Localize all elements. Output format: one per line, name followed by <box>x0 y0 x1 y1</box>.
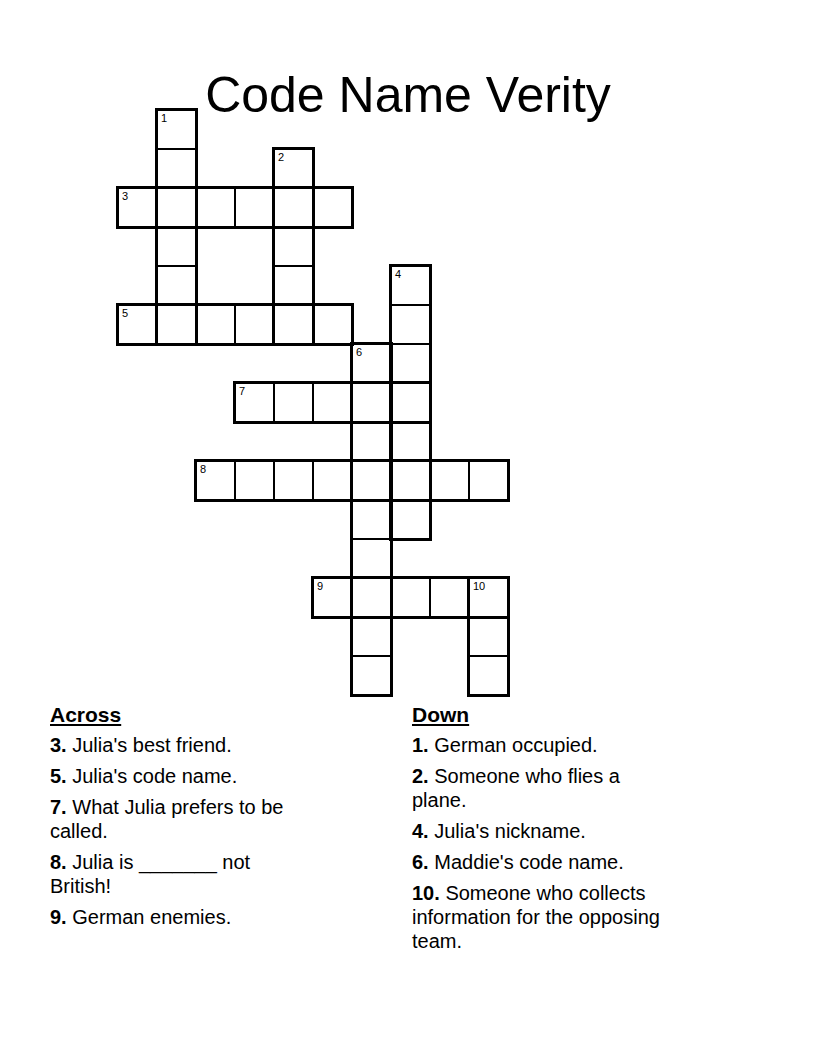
crossword-cell-r5c0[interactable]: 5 <box>117 304 158 345</box>
clue-number: 6. <box>412 851 429 873</box>
crossword-cell-r13c6[interactable] <box>351 616 392 657</box>
clue-list-down: 1. German occupied.2. Someone who flies … <box>412 733 752 953</box>
crossword-cell-r3c4[interactable] <box>273 226 314 267</box>
crossword-cell-r6c7[interactable] <box>390 343 431 384</box>
cell-number-3: 3 <box>122 190 128 202</box>
clue-text: Julia's nickname. <box>434 820 586 842</box>
down-clues-section: Down 1. German occupied.2. Someone who f… <box>412 702 752 960</box>
crossword-cell-r2c5[interactable] <box>312 187 353 228</box>
clue-text: Maddie's code name. <box>434 851 623 873</box>
clue-text: What Julia prefers to be called. <box>50 796 283 842</box>
across-clues-section: Across 3. Julia's best friend.5. Julia's… <box>50 702 362 936</box>
clue-6-down: 6. Maddie's code name. <box>412 850 752 874</box>
crossword-cell-r9c5[interactable] <box>312 460 353 501</box>
crossword-cell-r9c9[interactable] <box>468 460 509 501</box>
crossword-cell-r11c6[interactable] <box>351 538 392 579</box>
clue-8-across: 8. Julia is _______ not British! <box>50 850 362 898</box>
crossword-cell-r3c1[interactable] <box>156 226 197 267</box>
clue-3-across: 3. Julia's best friend. <box>50 733 362 757</box>
crossword-cell-r9c7[interactable] <box>390 460 431 501</box>
crossword-cell-r8c6[interactable] <box>351 421 392 462</box>
crossword-cell-r2c0[interactable]: 3 <box>117 187 158 228</box>
clue-number: 9. <box>50 906 67 928</box>
clue-number: 10. <box>412 882 440 904</box>
down-heading: Down <box>412 702 752 727</box>
crossword-cell-r14c9[interactable] <box>468 655 509 696</box>
cell-number-7: 7 <box>239 385 245 397</box>
crossword-cell-r9c3[interactable] <box>234 460 275 501</box>
crossword-cell-r10c7[interactable] <box>390 499 431 540</box>
crossword-cell-r13c9[interactable] <box>468 616 509 657</box>
crossword-cell-r7c3[interactable]: 7 <box>234 382 275 423</box>
crossword-cell-r14c6[interactable] <box>351 655 392 696</box>
clue-number: 2. <box>412 765 429 787</box>
cell-number-5: 5 <box>122 307 128 319</box>
clue-number: 1. <box>412 734 429 756</box>
cell-number-2: 2 <box>278 151 284 163</box>
crossword-cell-r2c3[interactable] <box>234 187 275 228</box>
clue-7-across: 7. What Julia prefers to be called. <box>50 795 362 843</box>
crossword-cell-r7c4[interactable] <box>273 382 314 423</box>
clue-9-across: 9. German enemies. <box>50 905 362 929</box>
crossword-cell-r4c1[interactable] <box>156 265 197 306</box>
crossword-cell-r2c2[interactable] <box>195 187 236 228</box>
clue-number: 7. <box>50 796 67 818</box>
crossword-cell-r0c1[interactable]: 1 <box>156 109 197 150</box>
crossword-cell-r8c7[interactable] <box>390 421 431 462</box>
crossword-cell-r5c5[interactable] <box>312 304 353 345</box>
crossword-cell-r9c4[interactable] <box>273 460 314 501</box>
clue-number: 5. <box>50 765 67 787</box>
clue-list-across: 3. Julia's best friend.5. Julia's code n… <box>50 733 362 929</box>
crossword-grid: 12345678910 <box>117 109 509 696</box>
crossword-cell-r5c3[interactable] <box>234 304 275 345</box>
crossword-cell-r4c4[interactable] <box>273 265 314 306</box>
cell-number-6: 6 <box>356 346 362 358</box>
crossword-cell-r12c9[interactable]: 10 <box>468 577 509 618</box>
crossword-cell-r9c8[interactable] <box>429 460 470 501</box>
crossword-cell-r5c1[interactable] <box>156 304 197 345</box>
crossword-cell-r9c6[interactable] <box>351 460 392 501</box>
clue-text: Julia is _______ not British! <box>50 851 250 897</box>
across-heading: Across <box>50 702 362 727</box>
crossword-cell-r7c6[interactable] <box>351 382 392 423</box>
clue-10-down: 10. Someone who collects information for… <box>412 881 752 953</box>
crossword-cell-r6c6[interactable]: 6 <box>351 343 392 384</box>
clue-number: 4. <box>412 820 429 842</box>
clue-4-down: 4. Julia's nickname. <box>412 819 752 843</box>
cell-number-9: 9 <box>317 580 323 592</box>
clue-1-down: 1. German occupied. <box>412 733 752 757</box>
crossword-cell-r5c4[interactable] <box>273 304 314 345</box>
crossword-cell-r4c7[interactable]: 4 <box>390 265 431 306</box>
crossword-cell-r12c6[interactable] <box>351 577 392 618</box>
crossword-cell-r2c4[interactable] <box>273 187 314 228</box>
clue-2-down: 2. Someone who flies a plane. <box>412 764 752 812</box>
cell-number-10: 10 <box>473 580 485 592</box>
clue-text: German enemies. <box>72 906 231 928</box>
crossword-cell-r12c8[interactable] <box>429 577 470 618</box>
clue-number: 3. <box>50 734 67 756</box>
crossword-cell-r2c1[interactable] <box>156 187 197 228</box>
clue-number: 8. <box>50 851 67 873</box>
crossword-cell-r10c6[interactable] <box>351 499 392 540</box>
cell-number-8: 8 <box>200 463 206 475</box>
crossword-cell-r5c7[interactable] <box>390 304 431 345</box>
clue-text: German occupied. <box>434 734 597 756</box>
crossword-cell-r12c7[interactable] <box>390 577 431 618</box>
cell-number-4: 4 <box>395 268 401 280</box>
clue-text: Julia's best friend. <box>72 734 231 756</box>
crossword-cell-r1c1[interactable] <box>156 148 197 189</box>
crossword-cell-r1c4[interactable]: 2 <box>273 148 314 189</box>
crossword-cell-r7c5[interactable] <box>312 382 353 423</box>
clue-text: Someone who collects information for the… <box>412 882 660 952</box>
crossword-cell-r9c2[interactable]: 8 <box>195 460 236 501</box>
crossword-cell-r12c5[interactable]: 9 <box>312 577 353 618</box>
clue-text: Julia's code name. <box>72 765 237 787</box>
clue-5-across: 5. Julia's code name. <box>50 764 362 788</box>
crossword-cell-r5c2[interactable] <box>195 304 236 345</box>
crossword-cell-r7c7[interactable] <box>390 382 431 423</box>
clue-text: Someone who flies a plane. <box>412 765 620 811</box>
cell-number-1: 1 <box>161 112 167 124</box>
crossword-page: Code Name Verity 12345678910 Across 3. J… <box>0 0 816 1056</box>
